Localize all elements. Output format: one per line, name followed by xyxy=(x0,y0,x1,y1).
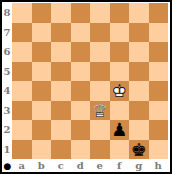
square-d4[interactable] xyxy=(71,81,91,101)
square-e3[interactable]: ♛♕ xyxy=(90,101,110,121)
file-label-c: c xyxy=(51,159,71,171)
file-labels: abcdefgh xyxy=(12,159,168,171)
square-a8[interactable] xyxy=(12,3,32,23)
square-e8[interactable] xyxy=(90,3,110,23)
rank-label-1: 1 xyxy=(2,140,12,160)
square-e7[interactable] xyxy=(90,23,110,43)
square-h5[interactable] xyxy=(149,62,169,82)
square-b4[interactable] xyxy=(32,81,52,101)
square-d2[interactable] xyxy=(71,120,91,140)
square-h3[interactable] xyxy=(149,101,169,121)
square-d1[interactable] xyxy=(71,140,91,160)
square-f3[interactable] xyxy=(110,101,130,121)
square-g4[interactable] xyxy=(129,81,149,101)
square-b8[interactable] xyxy=(32,3,52,23)
square-b3[interactable] xyxy=(32,101,52,121)
square-f7[interactable] xyxy=(110,23,130,43)
rank-label-5: 5 xyxy=(2,62,12,82)
square-f5[interactable] xyxy=(110,62,130,82)
file-label-e: e xyxy=(90,159,110,171)
square-a1[interactable] xyxy=(12,140,32,160)
square-a2[interactable] xyxy=(12,120,32,140)
black-to-move-indicator-icon: ● xyxy=(3,161,12,171)
square-f6[interactable] xyxy=(110,42,130,62)
rank-label-3: 3 xyxy=(2,101,12,121)
rank-label-7: 7 xyxy=(2,23,12,43)
square-e6[interactable] xyxy=(90,42,110,62)
file-label-b: b xyxy=(32,159,52,171)
square-h1[interactable] xyxy=(149,140,169,160)
square-b7[interactable] xyxy=(32,23,52,43)
square-h6[interactable] xyxy=(149,42,169,62)
square-c5[interactable] xyxy=(51,62,71,82)
square-c6[interactable] xyxy=(51,42,71,62)
square-g8[interactable] xyxy=(129,3,149,23)
square-f2[interactable]: ♟ xyxy=(110,120,130,140)
square-b2[interactable] xyxy=(32,120,52,140)
chess-diagram: 87654321 ♚♔♛♕♟♚ abcdefgh ● xyxy=(0,0,172,174)
square-d6[interactable] xyxy=(71,42,91,62)
square-a7[interactable] xyxy=(12,23,32,43)
square-h8[interactable] xyxy=(149,3,169,23)
square-g2[interactable] xyxy=(129,120,149,140)
square-a5[interactable] xyxy=(12,62,32,82)
square-h2[interactable] xyxy=(149,120,169,140)
square-e5[interactable] xyxy=(90,62,110,82)
square-e2[interactable] xyxy=(90,120,110,140)
square-b1[interactable] xyxy=(32,140,52,160)
square-a4[interactable] xyxy=(12,81,32,101)
square-f1[interactable] xyxy=(110,140,130,160)
square-e1[interactable] xyxy=(90,140,110,160)
square-g6[interactable] xyxy=(129,42,149,62)
square-f8[interactable] xyxy=(110,3,130,23)
square-e4[interactable] xyxy=(90,81,110,101)
piece-black-pawn[interactable]: ♟ xyxy=(110,120,130,140)
file-label-a: a xyxy=(12,159,32,171)
square-h4[interactable] xyxy=(149,81,169,101)
piece-white-king[interactable]: ♚♔ xyxy=(110,81,130,101)
piece-black-king[interactable]: ♚ xyxy=(129,140,149,160)
square-c1[interactable] xyxy=(51,140,71,160)
square-d3[interactable] xyxy=(71,101,91,121)
square-g7[interactable] xyxy=(129,23,149,43)
chess-board: ♚♔♛♕♟♚ xyxy=(12,3,168,159)
square-c2[interactable] xyxy=(51,120,71,140)
square-b6[interactable] xyxy=(32,42,52,62)
file-label-g: g xyxy=(129,159,149,171)
file-label-f: f xyxy=(110,159,130,171)
rank-labels: 87654321 xyxy=(2,3,12,159)
square-c7[interactable] xyxy=(51,23,71,43)
rank-label-4: 4 xyxy=(2,81,12,101)
square-a3[interactable] xyxy=(12,101,32,121)
file-label-h: h xyxy=(149,159,169,171)
square-c3[interactable] xyxy=(51,101,71,121)
square-b5[interactable] xyxy=(32,62,52,82)
rank-label-8: 8 xyxy=(2,3,12,23)
square-g3[interactable] xyxy=(129,101,149,121)
file-label-d: d xyxy=(71,159,91,171)
rank-label-2: 2 xyxy=(2,120,12,140)
square-d5[interactable] xyxy=(71,62,91,82)
square-f4[interactable]: ♚♔ xyxy=(110,81,130,101)
square-d8[interactable] xyxy=(71,3,91,23)
square-h7[interactable] xyxy=(149,23,169,43)
square-g5[interactable] xyxy=(129,62,149,82)
square-c8[interactable] xyxy=(51,3,71,23)
square-d7[interactable] xyxy=(71,23,91,43)
square-g1[interactable]: ♚ xyxy=(129,140,149,160)
square-c4[interactable] xyxy=(51,81,71,101)
piece-white-queen[interactable]: ♛♕ xyxy=(90,101,110,121)
square-a6[interactable] xyxy=(12,42,32,62)
rank-label-6: 6 xyxy=(2,42,12,62)
